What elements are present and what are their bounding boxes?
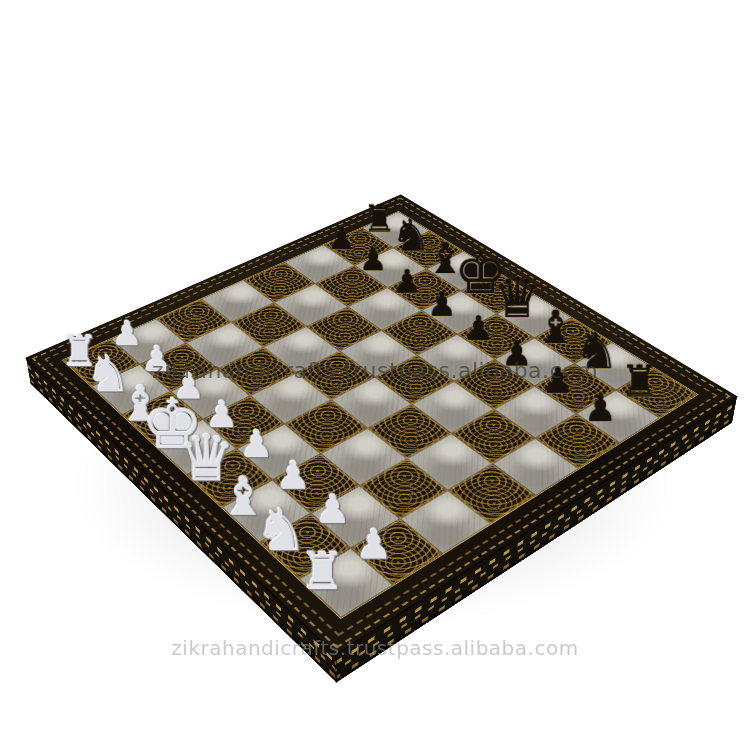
bottom-watermark: zikrahandicrafts.trustpass.alibaba.com [171, 636, 578, 660]
chess-board: ♜♞♝♚♛♝♞♜♟♟♟♟♟♟♟♟♟♟♟♟♟♟♟♟♜♞♝♚♛♝♞♜ [26, 195, 736, 654]
board-watermark: zikrahandicrafts.trustpass.alibaba.com [152, 358, 598, 383]
product-photo: ♜♞♝♚♛♝♞♜♟♟♟♟♟♟♟♟♟♟♟♟♟♟♟♟♜♞♝♚♛♝♞♜ zikraha… [0, 0, 750, 750]
